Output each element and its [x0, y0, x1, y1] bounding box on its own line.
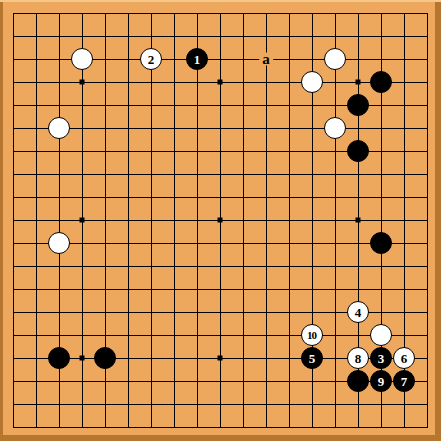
stone-black — [347, 370, 369, 392]
board-edge-bottom — [0, 435, 441, 441]
stone-white — [71, 48, 93, 70]
stone-white — [48, 117, 70, 139]
board-edge-right — [435, 0, 441, 441]
diagram-stage: 21410583697a — [0, 0, 441, 441]
stone-white-move-6: 6 — [393, 347, 415, 369]
board-edge-left — [0, 0, 3, 441]
board-edge-top — [0, 0, 441, 2]
go-board: 21410583697a — [0, 0, 441, 441]
stone-black — [370, 71, 392, 93]
stone-white — [301, 71, 323, 93]
stone-white-move-2: 2 — [140, 48, 162, 70]
hoshi-point — [80, 218, 85, 223]
hoshi-point — [356, 80, 361, 85]
stone-black — [347, 140, 369, 162]
stone-white-move-8: 8 — [347, 347, 369, 369]
stone-black-move-5: 5 — [301, 347, 323, 369]
hoshi-point — [80, 80, 85, 85]
stone-white-move-4: 4 — [347, 301, 369, 323]
stone-white — [324, 117, 346, 139]
stone-black-move-9: 9 — [370, 370, 392, 392]
stone-black-move-3: 3 — [370, 347, 392, 369]
stone-white — [324, 48, 346, 70]
hoshi-point — [356, 218, 361, 223]
stone-black — [347, 94, 369, 116]
stone-black-move-1: 1 — [186, 48, 208, 70]
stone-black — [94, 347, 116, 369]
stone-black — [48, 347, 70, 369]
stone-white — [48, 232, 70, 254]
hoshi-point — [218, 80, 223, 85]
hoshi-point — [80, 356, 85, 361]
stone-white-move-10: 10 — [301, 324, 323, 346]
point-label-a: a — [259, 53, 273, 66]
stone-black — [370, 232, 392, 254]
hoshi-point — [218, 218, 223, 223]
hoshi-point — [218, 356, 223, 361]
stone-black-move-7: 7 — [393, 370, 415, 392]
stone-white — [370, 324, 392, 346]
